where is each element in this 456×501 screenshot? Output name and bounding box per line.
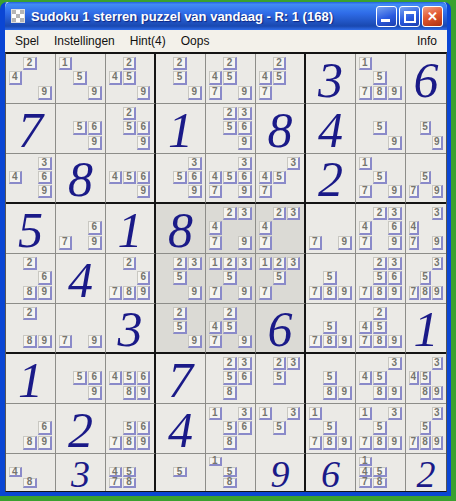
candidate-5[interactable]: 5 — [223, 321, 237, 334]
candidate-5[interactable]: 5 — [273, 271, 286, 285]
cell-r1c3[interactable]: 2459 — [106, 54, 156, 104]
candidate-2[interactable]: 2 — [373, 257, 387, 271]
candidate-2[interactable]: 2 — [123, 107, 136, 121]
candidate-2[interactable]: 2 — [123, 257, 136, 271]
cell-r4c5[interactable]: 23479 — [206, 204, 256, 254]
candidate-4[interactable]: 4 — [209, 171, 223, 184]
cell-r8c1[interactable]: 689 — [6, 404, 56, 454]
candidate-9[interactable]: 9 — [137, 286, 150, 300]
cell-r5c3[interactable]: 26789 — [106, 254, 156, 304]
candidate-3[interactable]: 3 — [238, 207, 252, 221]
candidate-2[interactable]: 2 — [23, 57, 37, 71]
cell-r4c9[interactable]: 3479 — [406, 204, 446, 254]
candidate-8[interactable]: 8 — [223, 478, 237, 488]
candidate-2[interactable]: 2 — [273, 207, 286, 221]
cell-r5c8[interactable]: 2356789 — [356, 254, 406, 304]
candidate-1[interactable]: 1 — [209, 257, 223, 271]
candidate-7[interactable]: 7 — [209, 286, 223, 300]
candidate-9[interactable]: 9 — [432, 236, 443, 250]
candidate-6[interactable]: 6 — [38, 171, 52, 184]
candidate-9[interactable]: 9 — [338, 436, 352, 450]
candidate-2[interactable]: 2 — [173, 307, 187, 320]
candidate-8[interactable]: 8 — [373, 286, 387, 300]
cell-r9c8[interactable]: 14578 — [356, 454, 406, 491]
candidate-3[interactable]: 3 — [432, 407, 443, 421]
candidate-9[interactable]: 9 — [338, 286, 352, 300]
cell-r3c8[interactable]: 1579 — [356, 154, 406, 204]
candidate-9[interactable]: 9 — [388, 286, 402, 300]
cell-r2c2[interactable]: 569 — [56, 104, 106, 154]
candidate-9[interactable]: 9 — [188, 286, 202, 300]
cell-r8c6[interactable]: 135 — [256, 404, 306, 454]
cell-r9c1[interactable]: 48 — [6, 454, 56, 491]
candidate-9[interactable]: 9 — [388, 236, 402, 250]
candidate-4[interactable]: 4 — [409, 371, 420, 385]
candidate-2[interactable]: 2 — [223, 257, 237, 271]
candidate-7[interactable]: 7 — [309, 436, 323, 450]
candidate-5[interactable]: 5 — [223, 421, 237, 435]
candidate-2[interactable]: 2 — [273, 257, 286, 271]
cell-r2c9[interactable]: 59 — [406, 104, 446, 154]
candidate-7[interactable]: 7 — [309, 286, 323, 300]
candidate-6[interactable]: 6 — [388, 221, 402, 235]
candidate-5[interactable]: 5 — [173, 271, 187, 285]
cell-r1c2[interactable]: 159 — [56, 54, 106, 104]
candidate-5[interactable]: 5 — [123, 71, 136, 85]
cell-r3c5[interactable]: 345679 — [206, 154, 256, 204]
cell-r8c7[interactable]: 15789 — [306, 404, 356, 454]
candidate-6[interactable]: 6 — [238, 121, 252, 135]
candidate-5[interactable]: 5 — [223, 371, 237, 385]
candidate-9[interactable]: 9 — [238, 185, 252, 198]
cell-r8c3[interactable]: 56789 — [106, 404, 156, 454]
candidate-8[interactable]: 8 — [123, 478, 136, 488]
candidate-2[interactable]: 2 — [273, 357, 286, 371]
candidate-9[interactable]: 9 — [38, 335, 52, 348]
candidate-8[interactable]: 8 — [23, 286, 37, 300]
candidate-3[interactable]: 3 — [287, 157, 300, 170]
candidate-9[interactable]: 9 — [38, 86, 52, 100]
candidate-4[interactable]: 4 — [109, 71, 122, 85]
cell-r1c9[interactable]: 6 — [406, 54, 446, 104]
candidate-3[interactable]: 3 — [238, 257, 252, 271]
candidate-8[interactable]: 8 — [123, 386, 136, 400]
candidate-5[interactable]: 5 — [323, 421, 337, 435]
candidate-1[interactable]: 1 — [309, 407, 323, 421]
candidate-7[interactable]: 7 — [359, 335, 373, 348]
candidate-1[interactable]: 1 — [209, 407, 223, 421]
candidate-9[interactable]: 9 — [432, 136, 443, 150]
cell-r7c8[interactable]: 34589 — [356, 354, 406, 404]
candidate-6[interactable]: 6 — [388, 271, 402, 285]
candidate-8[interactable]: 8 — [373, 335, 387, 348]
candidate-8[interactable]: 8 — [373, 436, 387, 450]
candidate-2[interactable]: 2 — [223, 307, 237, 320]
candidate-8[interactable]: 8 — [223, 436, 237, 450]
candidate-9[interactable]: 9 — [432, 286, 443, 300]
candidate-9[interactable]: 9 — [388, 136, 402, 150]
candidate-4[interactable]: 4 — [9, 71, 23, 85]
cell-r9c2[interactable]: 3 — [56, 454, 106, 491]
cell-r7c6[interactable]: 235 — [256, 354, 306, 404]
candidate-7[interactable]: 7 — [259, 185, 272, 198]
cell-r1c4[interactable]: 259 — [156, 54, 206, 104]
candidate-9[interactable]: 9 — [338, 386, 352, 400]
candidate-2[interactable]: 2 — [123, 57, 136, 71]
cell-r9c6[interactable]: 9 — [256, 454, 306, 491]
candidate-7[interactable]: 7 — [209, 236, 223, 250]
cell-r5c5[interactable]: 123579 — [206, 254, 256, 304]
cell-r3c1[interactable]: 3469 — [6, 154, 56, 204]
candidate-6[interactable]: 6 — [88, 371, 102, 385]
candidate-2[interactable]: 2 — [23, 257, 37, 271]
candidate-2[interactable]: 2 — [373, 307, 387, 320]
candidate-4[interactable]: 4 — [359, 221, 373, 235]
cell-r6c5[interactable]: 24579 — [206, 304, 256, 354]
candidate-9[interactable]: 9 — [137, 436, 150, 450]
cell-r5c6[interactable]: 12357 — [256, 254, 306, 304]
candidate-7[interactable]: 7 — [109, 478, 122, 488]
minimize-button[interactable] — [376, 6, 397, 27]
candidate-7[interactable]: 7 — [359, 236, 373, 250]
candidate-8[interactable]: 8 — [373, 386, 387, 400]
candidate-1[interactable]: 1 — [359, 457, 373, 467]
cell-r7c5[interactable]: 23568 — [206, 354, 256, 404]
menu-oops[interactable]: Oops — [181, 34, 210, 48]
candidate-7[interactable]: 7 — [109, 286, 122, 300]
candidate-7[interactable]: 7 — [209, 185, 223, 198]
cell-r1c7[interactable]: 3 — [306, 54, 356, 104]
cell-r6c2[interactable]: 79 — [56, 304, 106, 354]
candidate-3[interactable]: 3 — [432, 257, 443, 271]
cell-r9c9[interactable]: 2 — [406, 454, 446, 491]
candidate-5[interactable]: 5 — [73, 371, 87, 385]
candidate-9[interactable]: 9 — [188, 86, 202, 100]
cell-r4c6[interactable]: 2347 — [256, 204, 306, 254]
candidate-4[interactable]: 4 — [259, 171, 272, 184]
cell-r5c4[interactable]: 2359 — [156, 254, 206, 304]
candidate-5[interactable]: 5 — [223, 121, 237, 135]
cell-r5c9[interactable]: 35789 — [406, 254, 446, 304]
cell-r2c5[interactable]: 23569 — [206, 104, 256, 154]
candidate-5[interactable]: 5 — [173, 171, 187, 184]
candidate-6[interactable]: 6 — [137, 371, 150, 385]
candidate-6[interactable]: 6 — [238, 371, 252, 385]
cell-r2c3[interactable]: 2569 — [106, 104, 156, 154]
cell-r4c7[interactable]: 79 — [306, 204, 356, 254]
candidate-1[interactable]: 1 — [259, 407, 272, 421]
candidate-5[interactable]: 5 — [420, 371, 431, 385]
candidate-9[interactable]: 9 — [137, 386, 150, 400]
candidate-3[interactable]: 3 — [388, 407, 402, 421]
candidate-8[interactable]: 8 — [23, 335, 37, 348]
candidate-1[interactable]: 1 — [359, 407, 373, 421]
candidate-5[interactable]: 5 — [223, 271, 237, 285]
candidate-7[interactable]: 7 — [409, 185, 420, 198]
cell-r6c1[interactable]: 289 — [6, 304, 56, 354]
candidate-3[interactable]: 3 — [188, 157, 202, 170]
candidate-1[interactable]: 1 — [259, 257, 272, 271]
candidate-2[interactable]: 2 — [23, 307, 37, 320]
candidate-5[interactable]: 5 — [273, 421, 286, 435]
candidate-6[interactable]: 6 — [137, 421, 150, 435]
cell-r9c5[interactable]: 158 — [206, 454, 256, 491]
candidate-7[interactable]: 7 — [259, 286, 272, 300]
cell-r6c7[interactable]: 5789 — [306, 304, 356, 354]
candidate-3[interactable]: 3 — [287, 357, 300, 371]
candidate-2[interactable]: 2 — [173, 57, 187, 71]
candidate-8[interactable]: 8 — [323, 436, 337, 450]
close-button[interactable]: ✕ — [422, 6, 443, 27]
app-icon[interactable] — [11, 9, 25, 23]
cell-r9c7[interactable]: 6 — [306, 454, 356, 491]
cell-r4c8[interactable]: 234679 — [356, 204, 406, 254]
cell-r8c2[interactable]: 2 — [56, 404, 106, 454]
candidate-5[interactable]: 5 — [420, 271, 431, 285]
candidate-5[interactable]: 5 — [173, 71, 187, 85]
candidate-7[interactable]: 7 — [209, 335, 223, 348]
candidate-9[interactable]: 9 — [38, 185, 52, 198]
candidate-2[interactable]: 2 — [273, 57, 286, 71]
candidate-9[interactable]: 9 — [388, 86, 402, 100]
cell-r8c8[interactable]: 135789 — [356, 404, 406, 454]
cell-r7c1[interactable]: 1 — [6, 354, 56, 404]
maximize-button[interactable] — [399, 6, 420, 27]
candidate-7[interactable]: 7 — [359, 86, 373, 100]
candidate-4[interactable]: 4 — [359, 371, 373, 385]
candidate-8[interactable]: 8 — [373, 478, 387, 488]
cell-r5c2[interactable]: 4 — [56, 254, 106, 304]
candidate-3[interactable]: 3 — [388, 207, 402, 221]
candidate-5[interactable]: 5 — [123, 171, 136, 184]
candidate-5[interactable]: 5 — [73, 71, 87, 85]
cell-r3c6[interactable]: 3457 — [256, 154, 306, 204]
candidate-8[interactable]: 8 — [123, 436, 136, 450]
candidate-9[interactable]: 9 — [432, 386, 443, 400]
cell-r2c6[interactable]: 8 — [256, 104, 306, 154]
cell-r6c8[interactable]: 245789 — [356, 304, 406, 354]
candidate-3[interactable]: 3 — [238, 157, 252, 170]
cell-r1c5[interactable]: 24579 — [206, 54, 256, 104]
cell-r4c3[interactable]: 1 — [106, 204, 156, 254]
candidate-5[interactable]: 5 — [373, 321, 387, 334]
candidate-9[interactable]: 9 — [432, 185, 443, 198]
candidate-2[interactable]: 2 — [223, 357, 237, 371]
candidate-5[interactable]: 5 — [173, 467, 187, 477]
candidate-9[interactable]: 9 — [38, 286, 52, 300]
candidate-9[interactable]: 9 — [137, 185, 150, 198]
candidate-1[interactable]: 1 — [359, 157, 373, 170]
candidate-3[interactable]: 3 — [388, 257, 402, 271]
candidate-6[interactable]: 6 — [88, 221, 102, 235]
cell-r9c4[interactable]: 5 — [156, 454, 206, 491]
candidate-5[interactable]: 5 — [373, 421, 387, 435]
candidate-9[interactable]: 9 — [338, 236, 352, 250]
candidate-9[interactable]: 9 — [388, 436, 402, 450]
candidate-9[interactable]: 9 — [88, 335, 102, 348]
candidate-3[interactable]: 3 — [287, 207, 300, 221]
candidate-4[interactable]: 4 — [209, 71, 223, 85]
candidate-7[interactable]: 7 — [209, 86, 223, 100]
candidate-6[interactable]: 6 — [238, 421, 252, 435]
candidate-6[interactable]: 6 — [137, 171, 150, 184]
menu-spel[interactable]: Spel — [15, 34, 39, 48]
candidate-9[interactable]: 9 — [238, 335, 252, 348]
cell-r9c3[interactable]: 4578 — [106, 454, 156, 491]
candidate-8[interactable]: 8 — [323, 386, 337, 400]
candidate-4[interactable]: 4 — [259, 221, 272, 235]
cell-r5c1[interactable]: 2689 — [6, 254, 56, 304]
candidate-4[interactable]: 4 — [109, 371, 122, 385]
cell-r1c6[interactable]: 2457 — [256, 54, 306, 104]
candidate-8[interactable]: 8 — [420, 436, 431, 450]
candidate-3[interactable]: 3 — [38, 157, 52, 170]
candidate-5[interactable]: 5 — [373, 71, 387, 85]
candidate-5[interactable]: 5 — [123, 121, 136, 135]
cell-r3c9[interactable]: 579 — [406, 154, 446, 204]
candidate-4[interactable]: 4 — [9, 467, 23, 477]
candidate-3[interactable]: 3 — [238, 107, 252, 121]
candidate-5[interactable]: 5 — [420, 171, 431, 184]
candidate-5[interactable]: 5 — [273, 371, 286, 385]
candidate-9[interactable]: 9 — [238, 286, 252, 300]
candidate-2[interactable]: 2 — [223, 107, 237, 121]
candidate-5[interactable]: 5 — [420, 121, 431, 135]
candidate-7[interactable]: 7 — [359, 286, 373, 300]
candidate-7[interactable]: 7 — [309, 335, 323, 348]
candidate-5[interactable]: 5 — [173, 321, 187, 334]
candidate-7[interactable]: 7 — [109, 436, 122, 450]
candidate-8[interactable]: 8 — [23, 478, 37, 488]
candidate-5[interactable]: 5 — [223, 171, 237, 184]
candidate-9[interactable]: 9 — [88, 236, 102, 250]
candidate-7[interactable]: 7 — [359, 478, 373, 488]
candidate-9[interactable]: 9 — [388, 335, 402, 348]
candidate-9[interactable]: 9 — [238, 86, 252, 100]
cell-r6c4[interactable]: 259 — [156, 304, 206, 354]
cell-r3c4[interactable]: 3569 — [156, 154, 206, 204]
candidate-8[interactable]: 8 — [23, 436, 37, 450]
cell-r7c7[interactable]: 589 — [306, 354, 356, 404]
candidate-3[interactable]: 3 — [388, 357, 402, 371]
candidate-7[interactable]: 7 — [259, 236, 272, 250]
menu-hint[interactable]: Hint(4) — [130, 34, 166, 48]
candidate-7[interactable]: 7 — [259, 86, 272, 100]
candidate-7[interactable]: 7 — [409, 286, 420, 300]
candidate-6[interactable]: 6 — [38, 421, 52, 435]
candidate-3[interactable]: 3 — [287, 407, 300, 421]
candidate-4[interactable]: 4 — [359, 321, 373, 334]
candidate-7[interactable]: 7 — [59, 236, 73, 250]
candidate-4[interactable]: 4 — [209, 321, 223, 334]
candidate-7[interactable]: 7 — [309, 236, 323, 250]
candidate-3[interactable]: 3 — [238, 357, 252, 371]
candidate-6[interactable]: 6 — [38, 271, 52, 285]
candidate-9[interactable]: 9 — [238, 236, 252, 250]
candidate-6[interactable]: 6 — [188, 171, 202, 184]
cell-r3c3[interactable]: 4569 — [106, 154, 156, 204]
candidate-2[interactable]: 2 — [373, 207, 387, 221]
candidate-9[interactable]: 9 — [88, 136, 102, 150]
candidate-1[interactable]: 1 — [59, 57, 73, 71]
candidate-6[interactable]: 6 — [238, 171, 252, 184]
candidate-9[interactable]: 9 — [188, 335, 202, 348]
candidate-1[interactable]: 1 — [359, 57, 373, 71]
candidate-5[interactable]: 5 — [73, 121, 87, 135]
menu-info[interactable]: Info — [417, 34, 437, 48]
candidate-6[interactable]: 6 — [137, 271, 150, 285]
candidate-5[interactable]: 5 — [323, 371, 337, 385]
cell-r7c9[interactable]: 34589 — [406, 354, 446, 404]
candidate-2[interactable]: 2 — [223, 207, 237, 221]
cell-r5c7[interactable]: 5789 — [306, 254, 356, 304]
candidate-5[interactable]: 5 — [273, 171, 286, 184]
candidate-9[interactable]: 9 — [137, 136, 150, 150]
candidate-3[interactable]: 3 — [432, 357, 443, 371]
candidate-8[interactable]: 8 — [223, 386, 237, 400]
candidate-1[interactable]: 1 — [209, 457, 223, 467]
candidate-5[interactable]: 5 — [123, 421, 136, 435]
candidate-6[interactable]: 6 — [137, 121, 150, 135]
title-bar[interactable]: Sudoku 1 sterren puzzel van vandaag - R:… — [5, 2, 447, 30]
candidate-5[interactable]: 5 — [373, 121, 387, 135]
candidate-9[interactable]: 9 — [432, 436, 443, 450]
cell-r2c7[interactable]: 4 — [306, 104, 356, 154]
candidate-7[interactable]: 7 — [359, 436, 373, 450]
candidate-4[interactable]: 4 — [259, 71, 272, 85]
candidate-4[interactable]: 4 — [209, 221, 223, 235]
candidate-3[interactable]: 3 — [188, 257, 202, 271]
candidate-8[interactable]: 8 — [323, 286, 337, 300]
candidate-7[interactable]: 7 — [59, 335, 73, 348]
candidate-4[interactable]: 4 — [9, 171, 23, 184]
candidate-9[interactable]: 9 — [88, 386, 102, 400]
candidate-3[interactable]: 3 — [432, 207, 443, 221]
cell-r6c9[interactable]: 1 — [406, 304, 446, 354]
cell-r8c4[interactable]: 4 — [156, 404, 206, 454]
cell-r1c1[interactable]: 249 — [6, 54, 56, 104]
cell-r7c4[interactable]: 7 — [156, 354, 206, 404]
candidate-9[interactable]: 9 — [188, 185, 202, 198]
cell-r4c4[interactable]: 8 — [156, 204, 206, 254]
cell-r2c4[interactable]: 1 — [156, 104, 206, 154]
cell-r3c7[interactable]: 2 — [306, 154, 356, 204]
candidate-8[interactable]: 8 — [420, 286, 431, 300]
candidate-5[interactable]: 5 — [373, 171, 387, 184]
candidate-9[interactable]: 9 — [88, 86, 102, 100]
candidate-4[interactable]: 4 — [109, 171, 122, 184]
cell-r8c9[interactable]: 35789 — [406, 404, 446, 454]
candidate-5[interactable]: 5 — [323, 271, 337, 285]
candidate-5[interactable]: 5 — [223, 71, 237, 85]
cell-r2c8[interactable]: 59 — [356, 104, 406, 154]
candidate-5[interactable]: 5 — [323, 321, 337, 334]
candidate-8[interactable]: 8 — [123, 286, 136, 300]
cell-r7c2[interactable]: 569 — [56, 354, 106, 404]
candidate-5[interactable]: 5 — [123, 371, 136, 385]
candidate-3[interactable]: 3 — [287, 257, 300, 271]
candidate-9[interactable]: 9 — [388, 386, 402, 400]
cell-r4c2[interactable]: 679 — [56, 204, 106, 254]
cell-r4c1[interactable]: 5 — [6, 204, 56, 254]
candidate-9[interactable]: 9 — [238, 136, 252, 150]
candidate-8[interactable]: 8 — [420, 386, 431, 400]
menu-instellingen[interactable]: Instellingen — [54, 34, 115, 48]
candidate-2[interactable]: 2 — [223, 57, 237, 71]
cell-r3c2[interactable]: 8 — [56, 154, 106, 204]
cell-r6c6[interactable]: 6 — [256, 304, 306, 354]
candidate-5[interactable]: 5 — [373, 371, 387, 385]
